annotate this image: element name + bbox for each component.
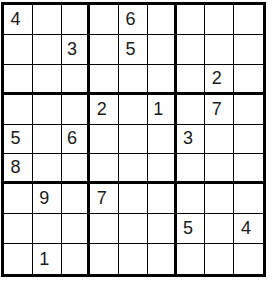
cell-r1c2[interactable] [33, 5, 62, 35]
cell-r8c6[interactable] [148, 214, 177, 244]
cell-r9c9[interactable] [234, 244, 263, 274]
cell-r1c1: 4 [4, 5, 33, 35]
cell-r1c9[interactable] [234, 5, 263, 35]
cell-r5c6[interactable] [148, 125, 177, 155]
cell-r5c2[interactable] [33, 125, 62, 155]
cell-r1c5: 6 [119, 5, 148, 35]
cell-r7c8[interactable] [205, 184, 234, 214]
cell-r3c5[interactable] [119, 65, 148, 95]
cell-r8c2[interactable] [33, 214, 62, 244]
cell-r4c2[interactable] [33, 95, 62, 125]
cell-r4c9[interactable] [234, 95, 263, 125]
cell-r6c6[interactable] [148, 154, 177, 184]
cell-r8c1[interactable] [4, 214, 33, 244]
cell-r3c1[interactable] [4, 65, 33, 95]
cell-r1c7[interactable] [177, 5, 206, 35]
cell-r8c3[interactable] [62, 214, 91, 244]
cell-r1c8[interactable] [205, 5, 234, 35]
cell-r4c6: 1 [148, 95, 177, 125]
cell-r1c3[interactable] [62, 5, 91, 35]
cell-r7c2: 9 [33, 184, 62, 214]
cell-r2c8[interactable] [205, 35, 234, 65]
sudoku-board: 46352217563897541 [1, 2, 266, 277]
cell-r6c7[interactable] [177, 154, 206, 184]
cell-r7c3[interactable] [62, 184, 91, 214]
cell-r4c1[interactable] [4, 95, 33, 125]
cell-r8c7: 5 [177, 214, 206, 244]
cell-r5c8[interactable] [205, 125, 234, 155]
cell-r3c9[interactable] [234, 65, 263, 95]
cell-r2c6[interactable] [148, 35, 177, 65]
cell-r3c3[interactable] [62, 65, 91, 95]
cell-r2c2[interactable] [33, 35, 62, 65]
cell-r6c4[interactable] [90, 154, 119, 184]
cell-r9c5[interactable] [119, 244, 148, 274]
cell-r9c6[interactable] [148, 244, 177, 274]
cell-r5c3: 6 [62, 125, 91, 155]
cell-r2c9[interactable] [234, 35, 263, 65]
cell-r9c8[interactable] [205, 244, 234, 274]
cell-r7c9[interactable] [234, 184, 263, 214]
cell-r7c7[interactable] [177, 184, 206, 214]
cell-r7c1[interactable] [4, 184, 33, 214]
cell-r2c1[interactable] [4, 35, 33, 65]
cell-r5c9[interactable] [234, 125, 263, 155]
cell-r5c5[interactable] [119, 125, 148, 155]
cell-r1c6[interactable] [148, 5, 177, 35]
cell-r5c1: 5 [4, 125, 33, 155]
cell-r6c5[interactable] [119, 154, 148, 184]
cell-r9c1[interactable] [4, 244, 33, 274]
cell-r4c5[interactable] [119, 95, 148, 125]
cell-r5c4[interactable] [90, 125, 119, 155]
cell-r7c5[interactable] [119, 184, 148, 214]
cell-r3c4[interactable] [90, 65, 119, 95]
cell-r4c7[interactable] [177, 95, 206, 125]
cell-r2c5: 5 [119, 35, 148, 65]
cell-r4c8: 7 [205, 95, 234, 125]
cell-r8c5[interactable] [119, 214, 148, 244]
cell-r3c8: 2 [205, 65, 234, 95]
cell-r9c3[interactable] [62, 244, 91, 274]
cell-r4c3[interactable] [62, 95, 91, 125]
cell-r6c3[interactable] [62, 154, 91, 184]
cell-r9c4[interactable] [90, 244, 119, 274]
cell-r2c7[interactable] [177, 35, 206, 65]
cell-r6c1: 8 [4, 154, 33, 184]
cell-r7c6[interactable] [148, 184, 177, 214]
cell-r6c8[interactable] [205, 154, 234, 184]
cell-r9c2: 1 [33, 244, 62, 274]
cell-r4c4: 2 [90, 95, 119, 125]
cell-r5c7: 3 [177, 125, 206, 155]
cell-r6c2[interactable] [33, 154, 62, 184]
cell-r8c8[interactable] [205, 214, 234, 244]
cell-r2c4[interactable] [90, 35, 119, 65]
cell-r9c7[interactable] [177, 244, 206, 274]
cell-r1c4[interactable] [90, 5, 119, 35]
cell-r8c9: 4 [234, 214, 263, 244]
cell-r7c4: 7 [90, 184, 119, 214]
cell-r2c3: 3 [62, 35, 91, 65]
cell-r3c2[interactable] [33, 65, 62, 95]
cell-r3c7[interactable] [177, 65, 206, 95]
cell-r3c6[interactable] [148, 65, 177, 95]
cell-r6c9[interactable] [234, 154, 263, 184]
cell-r8c4[interactable] [90, 214, 119, 244]
